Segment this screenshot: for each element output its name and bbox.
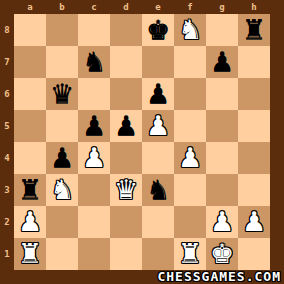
square-f8[interactable]: ♞ (174, 14, 206, 46)
square-f2[interactable] (174, 206, 206, 238)
square-f1[interactable]: ♜ (174, 238, 206, 270)
square-a3[interactable]: ♜ (14, 174, 46, 206)
black-knight-c7[interactable]: ♞ (78, 46, 110, 78)
file-label-f: f (174, 0, 206, 14)
square-h5[interactable] (238, 110, 270, 142)
square-h1[interactable] (238, 238, 270, 270)
file-labels: abcdefgh (14, 0, 270, 14)
square-b6[interactable]: ♛ (46, 78, 78, 110)
rank-label-1: 1 (0, 238, 14, 270)
square-e4[interactable] (142, 142, 174, 174)
square-g6[interactable] (206, 78, 238, 110)
square-d7[interactable] (110, 46, 142, 78)
white-rook-f1[interactable]: ♜ (174, 238, 206, 270)
black-pawn-d5[interactable]: ♟ (110, 110, 142, 142)
square-c4[interactable]: ♟ (78, 142, 110, 174)
file-label-g: g (206, 0, 238, 14)
black-king-e8[interactable]: ♚ (142, 14, 174, 46)
square-h4[interactable] (238, 142, 270, 174)
rank-label-4: 4 (0, 142, 14, 174)
square-f6[interactable] (174, 78, 206, 110)
square-a7[interactable] (14, 46, 46, 78)
white-pawn-h2[interactable]: ♟ (238, 206, 270, 238)
square-g1[interactable]: ♚ (206, 238, 238, 270)
square-d5[interactable]: ♟ (110, 110, 142, 142)
square-e5[interactable]: ♟ (142, 110, 174, 142)
rank-label-5: 5 (0, 110, 14, 142)
file-label-b: b (46, 0, 78, 14)
black-pawn-e6[interactable]: ♟ (142, 78, 174, 110)
black-rook-h8[interactable]: ♜ (238, 14, 270, 46)
square-g2[interactable]: ♟ (206, 206, 238, 238)
square-d1[interactable] (110, 238, 142, 270)
rank-label-6: 6 (0, 78, 14, 110)
square-d3[interactable]: ♛ (110, 174, 142, 206)
square-f5[interactable] (174, 110, 206, 142)
square-b8[interactable] (46, 14, 78, 46)
square-c3[interactable] (78, 174, 110, 206)
black-rook-a3[interactable]: ♜ (14, 174, 46, 206)
white-pawn-c4[interactable]: ♟ (78, 142, 110, 174)
square-b5[interactable] (46, 110, 78, 142)
chessgames-watermark: CHESSGAMES.COM (157, 270, 281, 284)
square-a6[interactable] (14, 78, 46, 110)
square-e8[interactable]: ♚ (142, 14, 174, 46)
rank-label-2: 2 (0, 206, 14, 238)
black-pawn-g7[interactable]: ♟ (206, 46, 238, 78)
file-label-d: d (110, 0, 142, 14)
rank-label-8: 8 (0, 14, 14, 46)
black-pawn-b4[interactable]: ♟ (46, 142, 78, 174)
white-knight-b3[interactable]: ♞ (46, 174, 78, 206)
square-h2[interactable]: ♟ (238, 206, 270, 238)
square-a4[interactable] (14, 142, 46, 174)
square-c7[interactable]: ♞ (78, 46, 110, 78)
black-queen-b6[interactable]: ♛ (46, 78, 78, 110)
square-a5[interactable] (14, 110, 46, 142)
square-g4[interactable] (206, 142, 238, 174)
square-h8[interactable]: ♜ (238, 14, 270, 46)
square-a8[interactable] (14, 14, 46, 46)
white-pawn-f4[interactable]: ♟ (174, 142, 206, 174)
square-g5[interactable] (206, 110, 238, 142)
black-knight-e3[interactable]: ♞ (142, 174, 174, 206)
square-a1[interactable]: ♜ (14, 238, 46, 270)
square-d4[interactable] (110, 142, 142, 174)
square-c5[interactable]: ♟ (78, 110, 110, 142)
square-e7[interactable] (142, 46, 174, 78)
square-h7[interactable] (238, 46, 270, 78)
square-b3[interactable]: ♞ (46, 174, 78, 206)
square-b7[interactable] (46, 46, 78, 78)
square-a2[interactable]: ♟ (14, 206, 46, 238)
square-c6[interactable] (78, 78, 110, 110)
rank-label-3: 3 (0, 174, 14, 206)
file-label-a: a (14, 0, 46, 14)
white-knight-f8[interactable]: ♞ (174, 14, 206, 46)
square-b1[interactable] (46, 238, 78, 270)
square-g3[interactable] (206, 174, 238, 206)
white-king-g1[interactable]: ♚ (206, 238, 238, 270)
square-b4[interactable]: ♟ (46, 142, 78, 174)
file-label-e: e (142, 0, 174, 14)
square-e2[interactable] (142, 206, 174, 238)
square-f3[interactable] (174, 174, 206, 206)
rank-label-7: 7 (0, 46, 14, 78)
square-e6[interactable]: ♟ (142, 78, 174, 110)
square-e1[interactable] (142, 238, 174, 270)
square-c2[interactable] (78, 206, 110, 238)
file-label-h: h (238, 0, 270, 14)
white-pawn-a2[interactable]: ♟ (14, 206, 46, 238)
square-h3[interactable] (238, 174, 270, 206)
white-rook-a1[interactable]: ♜ (14, 238, 46, 270)
white-pawn-g2[interactable]: ♟ (206, 206, 238, 238)
square-g7[interactable]: ♟ (206, 46, 238, 78)
white-pawn-e5[interactable]: ♟ (142, 110, 174, 142)
square-d6[interactable] (110, 78, 142, 110)
chess-board-frame: abcdefgh 87654321 ♚♞♜♞♟♛♟♟♟♟♟♟♟♜♞♛♞♟♟♟♜♜… (0, 0, 284, 284)
square-f4[interactable]: ♟ (174, 142, 206, 174)
square-d8[interactable] (110, 14, 142, 46)
chess-board: ♚♞♜♞♟♛♟♟♟♟♟♟♟♜♞♛♞♟♟♟♜♜♚ (14, 14, 270, 270)
square-c1[interactable] (78, 238, 110, 270)
square-c8[interactable] (78, 14, 110, 46)
square-d2[interactable] (110, 206, 142, 238)
square-g8[interactable] (206, 14, 238, 46)
black-pawn-c5[interactable]: ♟ (78, 110, 110, 142)
rank-labels: 87654321 (0, 14, 14, 270)
square-e3[interactable]: ♞ (142, 174, 174, 206)
file-label-c: c (78, 0, 110, 14)
square-b2[interactable] (46, 206, 78, 238)
square-h6[interactable] (238, 78, 270, 110)
white-queen-d3[interactable]: ♛ (110, 174, 142, 206)
square-f7[interactable] (174, 46, 206, 78)
